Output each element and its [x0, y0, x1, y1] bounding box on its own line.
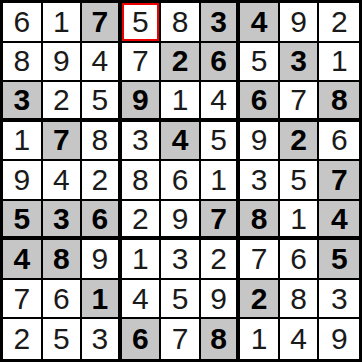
- sudoku-cell-r6c6[interactable]: 7: [201, 201, 241, 241]
- sudoku-cell-r7c3[interactable]: 9: [82, 240, 122, 280]
- sudoku-cell-r7c1[interactable]: 4: [3, 240, 43, 280]
- sudoku-cell-r3c1[interactable]: 3: [3, 82, 43, 122]
- sudoku-cell-r6c1[interactable]: 5: [3, 201, 43, 241]
- sudoku-cell-r8c6[interactable]: 9: [201, 280, 241, 320]
- sudoku-cell-r4c5[interactable]: 4: [161, 122, 201, 162]
- sudoku-cell-r5c1[interactable]: 9: [3, 161, 43, 201]
- sudoku-cell-r2c1[interactable]: 8: [3, 43, 43, 83]
- sudoku-cell-r6c2[interactable]: 3: [43, 201, 83, 241]
- sudoku-cell-r9c2[interactable]: 5: [43, 319, 83, 359]
- sudoku-cell-r1c2[interactable]: 1: [43, 3, 83, 43]
- sudoku-cell-r6c9[interactable]: 4: [319, 201, 359, 241]
- sudoku-cell-r5c4[interactable]: 8: [122, 161, 162, 201]
- sudoku-cell-r5c6[interactable]: 1: [201, 161, 241, 201]
- sudoku-cell-r6c4[interactable]: 2: [122, 201, 162, 241]
- sudoku-cell-r1c1[interactable]: 6: [3, 3, 43, 43]
- sudoku-cell-r9c5[interactable]: 7: [161, 319, 201, 359]
- sudoku-cell-r3c9[interactable]: 8: [319, 82, 359, 122]
- sudoku-cell-r3c4[interactable]: 9: [122, 82, 162, 122]
- sudoku-cell-r3c8[interactable]: 7: [280, 82, 320, 122]
- sudoku-cell-r6c3[interactable]: 6: [82, 201, 122, 241]
- sudoku-cell-r7c4[interactable]: 1: [122, 240, 162, 280]
- sudoku-board: 6175834928947265313259146781783459269428…: [0, 0, 362, 362]
- sudoku-cell-r1c3[interactable]: 7: [82, 3, 122, 43]
- sudoku-cell-r2c7[interactable]: 5: [240, 43, 280, 83]
- sudoku-cell-r4c1[interactable]: 1: [3, 122, 43, 162]
- sudoku-cell-r2c5[interactable]: 2: [161, 43, 201, 83]
- sudoku-cell-r2c9[interactable]: 1: [319, 43, 359, 83]
- sudoku-cell-r3c3[interactable]: 5: [82, 82, 122, 122]
- sudoku-cell-r7c7[interactable]: 7: [240, 240, 280, 280]
- sudoku-cell-r2c4[interactable]: 7: [122, 43, 162, 83]
- sudoku-cell-r8c7[interactable]: 2: [240, 280, 280, 320]
- sudoku-cell-r7c2[interactable]: 8: [43, 240, 83, 280]
- sudoku-cell-r5c2[interactable]: 4: [43, 161, 83, 201]
- sudoku-cell-r2c6[interactable]: 6: [201, 43, 241, 83]
- sudoku-cell-r1c7[interactable]: 4: [240, 3, 280, 43]
- sudoku-cell-r1c5[interactable]: 8: [161, 3, 201, 43]
- sudoku-cell-r3c7[interactable]: 6: [240, 82, 280, 122]
- sudoku-cell-r8c3[interactable]: 1: [82, 280, 122, 320]
- sudoku-cell-r7c6[interactable]: 2: [201, 240, 241, 280]
- sudoku-cell-r8c9[interactable]: 3: [319, 280, 359, 320]
- sudoku-cell-r8c5[interactable]: 5: [161, 280, 201, 320]
- sudoku-cell-r9c4[interactable]: 6: [122, 319, 162, 359]
- sudoku-cell-r8c4[interactable]: 4: [122, 280, 162, 320]
- sudoku-cell-r8c8[interactable]: 8: [280, 280, 320, 320]
- sudoku-cell-r5c9[interactable]: 7: [319, 161, 359, 201]
- sudoku-cell-r5c3[interactable]: 2: [82, 161, 122, 201]
- sudoku-cell-r9c7[interactable]: 1: [240, 319, 280, 359]
- sudoku-cell-r7c5[interactable]: 3: [161, 240, 201, 280]
- sudoku-cell-r8c2[interactable]: 6: [43, 280, 83, 320]
- sudoku-cell-r7c9[interactable]: 5: [319, 240, 359, 280]
- sudoku-cell-r6c8[interactable]: 1: [280, 201, 320, 241]
- sudoku-cell-r1c8[interactable]: 9: [280, 3, 320, 43]
- sudoku-cell-r7c8[interactable]: 6: [280, 240, 320, 280]
- sudoku-cell-r3c5[interactable]: 1: [161, 82, 201, 122]
- sudoku-cell-r2c2[interactable]: 9: [43, 43, 83, 83]
- sudoku-cell-r5c7[interactable]: 3: [240, 161, 280, 201]
- sudoku-cell-r9c6[interactable]: 8: [201, 319, 241, 359]
- sudoku-cell-r9c8[interactable]: 4: [280, 319, 320, 359]
- sudoku-cell-r4c9[interactable]: 6: [319, 122, 359, 162]
- sudoku-cell-r4c7[interactable]: 9: [240, 122, 280, 162]
- sudoku-cell-r1c9[interactable]: 2: [319, 3, 359, 43]
- sudoku-cell-r9c3[interactable]: 3: [82, 319, 122, 359]
- sudoku-cell-r5c5[interactable]: 6: [161, 161, 201, 201]
- sudoku-cell-r9c1[interactable]: 2: [3, 319, 43, 359]
- sudoku-cell-r2c3[interactable]: 4: [82, 43, 122, 83]
- sudoku-cell-r4c8[interactable]: 2: [280, 122, 320, 162]
- sudoku-cell-r1c6[interactable]: 3: [201, 3, 241, 43]
- sudoku-cell-selected-r1c4[interactable]: 5: [122, 3, 162, 43]
- sudoku-cell-r5c8[interactable]: 5: [280, 161, 320, 201]
- sudoku-cell-r3c2[interactable]: 2: [43, 82, 83, 122]
- sudoku-cell-r6c5[interactable]: 9: [161, 201, 201, 241]
- sudoku-cell-r4c3[interactable]: 8: [82, 122, 122, 162]
- sudoku-cell-r3c6[interactable]: 4: [201, 82, 241, 122]
- sudoku-cell-r9c9[interactable]: 9: [319, 319, 359, 359]
- sudoku-cell-r4c4[interactable]: 3: [122, 122, 162, 162]
- sudoku-cell-r4c2[interactable]: 7: [43, 122, 83, 162]
- sudoku-cell-r8c1[interactable]: 7: [3, 280, 43, 320]
- sudoku-cell-r2c8[interactable]: 3: [280, 43, 320, 83]
- sudoku-cell-r4c6[interactable]: 5: [201, 122, 241, 162]
- sudoku-cell-r6c7[interactable]: 8: [240, 201, 280, 241]
